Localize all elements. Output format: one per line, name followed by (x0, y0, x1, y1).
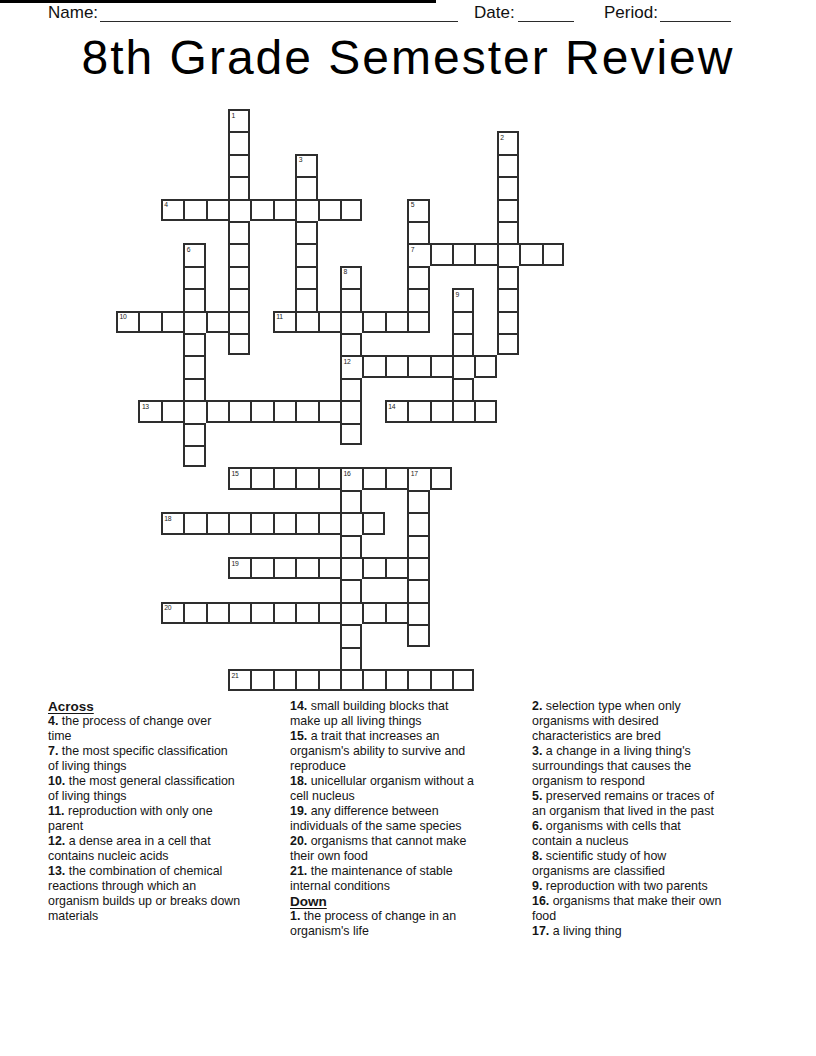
clue-item: 11. reproduction with only one parent (48, 804, 286, 834)
grid-cell-r20c9[interactable] (318, 557, 340, 579)
clue-item: 9. reproduction with two parents (532, 879, 784, 894)
grid-cell-r9c10[interactable] (340, 311, 362, 333)
grid-cell-r5c17[interactable] (497, 221, 519, 243)
grid-cell-r23c13[interactable] (407, 624, 429, 646)
clue-column-3: 2. selection type when only organisms wi… (532, 699, 784, 939)
grid-cell-r8c3[interactable] (183, 288, 205, 310)
grid-cell-r25c8[interactable] (295, 669, 317, 691)
grid-cell-r14c10[interactable] (340, 423, 362, 445)
grid-cell-r8c13[interactable] (407, 288, 429, 310)
clue-number: 18. (290, 774, 307, 788)
clue-number: 2. (532, 699, 542, 713)
grid-cell-r18c11[interactable] (362, 512, 384, 534)
grid-cell-r11c15[interactable] (452, 355, 474, 377)
clue-number: 21. (290, 864, 307, 878)
down-header: Down (290, 894, 530, 909)
grid-cell-r9c13[interactable] (407, 311, 429, 333)
clue-column-2: 14. small building blocks that make up a… (290, 699, 530, 939)
grid-cell-r7c8[interactable] (295, 266, 317, 288)
grid-cell-r11c14[interactable] (430, 355, 452, 377)
grid-cell-r22c3[interactable] (183, 602, 205, 624)
grid-cell-r13c14[interactable] (430, 400, 452, 422)
grid-cell-r20c12[interactable] (385, 557, 407, 579)
grid-cell-r9c3[interactable] (183, 311, 205, 333)
grid-cell-r13c8[interactable] (295, 400, 317, 422)
clue-item: 10. the most general classification of l… (48, 774, 286, 804)
grid-cell-r4c3[interactable] (183, 199, 205, 221)
grid-cell-r20c5[interactable]: 19 (228, 557, 250, 579)
clue-item: 4. the process of change over time (48, 714, 286, 744)
clue-number: 10. (48, 774, 65, 788)
grid-cell-r11c12[interactable] (385, 355, 407, 377)
grid-cell-r1c17[interactable]: 2 (497, 131, 519, 153)
cell-number: 4 (164, 201, 167, 208)
clue-number: 12. (48, 834, 65, 848)
grid-cell-r13c13[interactable] (407, 400, 429, 422)
clue-column-1: Across4. the process of change over time… (48, 699, 286, 924)
clue-item: 1. the process of change in an organism'… (290, 909, 530, 939)
clue-number: 14. (290, 699, 307, 713)
grid-cell-r22c6[interactable] (250, 602, 272, 624)
clue-text: the process of change over time (48, 714, 211, 743)
grid-cell-r12c10[interactable] (340, 378, 362, 400)
grid-cell-r16c14[interactable] (430, 467, 452, 489)
clue-text: a trait that increases an organism's abi… (290, 729, 465, 773)
grid-cell-r7c17[interactable] (497, 266, 519, 288)
clue-text: small building blocks that make up all l… (290, 699, 448, 728)
grid-cell-r12c3[interactable] (183, 378, 205, 400)
grid-cell-r4c7[interactable] (273, 199, 295, 221)
grid-cell-r22c10[interactable] (340, 602, 362, 624)
grid-cell-r18c9[interactable] (318, 512, 340, 534)
grid-cell-r22c13[interactable] (407, 602, 429, 624)
grid-cell-r6c17[interactable] (497, 243, 519, 265)
clue-item: 20. organisms that cannot make their own… (290, 834, 530, 864)
across-header: Across (48, 699, 286, 714)
page-title: 8th Grade Semester Review (0, 30, 816, 85)
grid-cell-r12c15[interactable] (452, 378, 474, 400)
grid-cell-r25c14[interactable] (430, 669, 452, 691)
grid-cell-r11c13[interactable] (407, 355, 429, 377)
clue-item: 5. preserved remains or traces of an org… (532, 789, 784, 819)
grid-cell-r11c10[interactable]: 12 (340, 355, 362, 377)
clue-text: selection type when only organisms with … (532, 699, 681, 743)
grid-cell-r22c4[interactable] (206, 602, 228, 624)
grid-cell-r22c12[interactable] (385, 602, 407, 624)
grid-cell-r17c10[interactable] (340, 490, 362, 512)
grid-cell-r9c0[interactable]: 10 (116, 311, 138, 333)
grid-cell-r25c12[interactable] (385, 669, 407, 691)
grid-cell-r16c8[interactable] (295, 467, 317, 489)
grid-cell-r18c7[interactable] (273, 512, 295, 534)
grid-cell-r9c15[interactable] (452, 311, 474, 333)
cell-number: 20 (164, 604, 171, 611)
grid-cell-r4c8[interactable] (295, 199, 317, 221)
clue-text: scientific study of how organisms are cl… (532, 849, 666, 878)
clue-text: a living thing (553, 924, 622, 938)
clue-number: 9. (532, 879, 542, 893)
grid-cell-r24c10[interactable] (340, 647, 362, 669)
clue-item: 6. organisms with cells that contain a n… (532, 819, 784, 849)
grid-cell-r13c1[interactable]: 13 (138, 400, 160, 422)
grid-cell-r22c11[interactable] (362, 602, 384, 624)
clue-text: the combination of chemical reactions th… (48, 864, 240, 923)
cell-number: 16 (344, 470, 351, 477)
grid-cell-r6c8[interactable] (295, 243, 317, 265)
clue-number: 6. (532, 819, 542, 833)
clue-number: 1. (290, 909, 300, 923)
grid-cell-r2c5[interactable] (228, 154, 250, 176)
clue-number: 20. (290, 834, 307, 848)
grid-cell-r11c16[interactable] (474, 355, 496, 377)
grid-cell-r4c4[interactable] (206, 199, 228, 221)
period-label: Period: (604, 3, 658, 23)
grid-cell-r5c13[interactable] (407, 221, 429, 243)
grid-cell-r13c6[interactable] (250, 400, 272, 422)
grid-cell-r10c15[interactable] (452, 333, 474, 355)
grid-cell-r25c6[interactable] (250, 669, 272, 691)
grid-cell-r20c6[interactable] (250, 557, 272, 579)
name-blank-line (100, 4, 458, 22)
grid-cell-r16c6[interactable] (250, 467, 272, 489)
grid-cell-r10c10[interactable] (340, 333, 362, 355)
clue-text: reproduction with two parents (546, 879, 708, 893)
grid-cell-r25c10[interactable] (340, 669, 362, 691)
clue-number: 13. (48, 864, 65, 878)
grid-cell-r20c8[interactable] (295, 557, 317, 579)
grid-cell-r6c15[interactable] (452, 243, 474, 265)
clue-number: 8. (532, 849, 542, 863)
cell-number: 7 (411, 246, 414, 253)
grid-cell-r18c2[interactable]: 18 (161, 512, 183, 534)
clue-number: 16. (532, 894, 549, 908)
grid-cell-r10c3[interactable] (183, 333, 205, 355)
grid-cell-r18c4[interactable] (206, 512, 228, 534)
cell-number: 12 (344, 358, 351, 365)
clue-item: 14. small building blocks that make up a… (290, 699, 530, 729)
clue-item: 21. the maintenance of stable internal c… (290, 864, 530, 894)
clue-item: 16. organisms that make their own food (532, 894, 784, 924)
grid-cell-r6c14[interactable] (430, 243, 452, 265)
grid-cell-r13c16[interactable] (474, 400, 496, 422)
cell-number: 1 (232, 112, 235, 119)
cell-number: 6 (187, 246, 190, 253)
grid-cell-r15c3[interactable] (183, 445, 205, 467)
grid-cell-r6c18[interactable] (519, 243, 541, 265)
grid-cell-r9c2[interactable] (161, 311, 183, 333)
clue-number: 5. (532, 789, 542, 803)
grid-cell-r20c13[interactable] (407, 557, 429, 579)
clue-item: 13. the combination of chemical reaction… (48, 864, 286, 924)
clue-number: 19. (290, 804, 307, 818)
grid-cell-r3c5[interactable] (228, 176, 250, 198)
grid-cell-r8c10[interactable] (340, 288, 362, 310)
clue-text: reproduction with only one parent (48, 804, 213, 833)
grid-cell-r14c3[interactable] (183, 423, 205, 445)
grid-cell-r1c5[interactable] (228, 131, 250, 153)
grid-cell-r4c5[interactable] (228, 199, 250, 221)
grid-cell-r4c13[interactable]: 5 (407, 199, 429, 221)
grid-cell-r7c10[interactable]: 8 (340, 266, 362, 288)
grid-cell-r16c11[interactable] (362, 467, 384, 489)
clue-text: organisms with cells that contain a nucl… (532, 819, 681, 848)
grid-cell-r19c13[interactable] (407, 535, 429, 557)
clue-item: 17. a living thing (532, 924, 784, 939)
grid-cell-r13c9[interactable] (318, 400, 340, 422)
cell-number: 18 (164, 515, 171, 522)
grid-cell-r11c3[interactable] (183, 355, 205, 377)
grid-cell-r19c10[interactable] (340, 535, 362, 557)
cell-number: 14 (388, 403, 395, 410)
grid-cell-r22c7[interactable] (273, 602, 295, 624)
cell-number: 15 (232, 470, 239, 477)
cell-number: 9 (456, 291, 459, 298)
clue-item: 15. a trait that increases an organism's… (290, 729, 530, 774)
cell-number: 2 (500, 134, 503, 141)
grid-cell-r10c17[interactable] (497, 333, 519, 355)
name-label: Name: (48, 3, 98, 23)
grid-cell-r13c4[interactable] (206, 400, 228, 422)
grid-cell-r13c12[interactable]: 14 (385, 400, 407, 422)
clue-number: 11. (48, 804, 65, 818)
clue-text: the process of change in an organism's l… (290, 909, 456, 938)
grid-cell-r16c12[interactable] (385, 467, 407, 489)
grid-cell-r6c19[interactable] (542, 243, 564, 265)
clue-text: the most specific classification of livi… (48, 744, 228, 773)
grid-cell-r16c9[interactable] (318, 467, 340, 489)
grid-cell-r18c13[interactable] (407, 512, 429, 534)
clue-item: 7. the most specific classification of l… (48, 744, 286, 774)
clue-text: preserved remains or traces of an organi… (532, 789, 714, 818)
grid-cell-r13c15[interactable] (452, 400, 474, 422)
grid-cell-r3c8[interactable] (295, 176, 317, 198)
grid-cell-r13c10[interactable] (340, 400, 362, 422)
clue-text: a change in a living thing's surrounding… (532, 744, 691, 788)
grid-cell-r4c10[interactable] (340, 199, 362, 221)
grid-cell-r13c5[interactable] (228, 400, 250, 422)
cell-number: 3 (299, 156, 302, 163)
grid-cell-r9c17[interactable] (497, 311, 519, 333)
grid-cell-r7c13[interactable] (407, 266, 429, 288)
clue-text: a dense area in a cell that contains nuc… (48, 834, 211, 863)
cell-number: 13 (142, 403, 149, 410)
cell-number: 21 (232, 672, 239, 679)
grid-cell-r13c7[interactable] (273, 400, 295, 422)
grid-cell-r4c17[interactable] (497, 199, 519, 221)
grid-cell-r8c8[interactable] (295, 288, 317, 310)
cell-number: 17 (411, 470, 418, 477)
grid-cell-r20c7[interactable] (273, 557, 295, 579)
grid-cell-r22c5[interactable] (228, 602, 250, 624)
grid-cell-r21c10[interactable] (340, 579, 362, 601)
grid-cell-r2c8[interactable]: 3 (295, 154, 317, 176)
clue-text: any difference between individuals of th… (290, 804, 462, 833)
cell-number: 11 (276, 313, 282, 320)
grid-cell-r20c10[interactable] (340, 557, 362, 579)
grid-cell-r13c3[interactable] (183, 400, 205, 422)
grid-cell-r17c13[interactable] (407, 490, 429, 512)
grid-cell-r8c17[interactable] (497, 288, 519, 310)
clue-number: 17. (532, 924, 549, 938)
grid-cell-r5c8[interactable] (295, 221, 317, 243)
grid-cell-r9c4[interactable] (206, 311, 228, 333)
clue-text: organisms that make their own food (532, 894, 721, 923)
grid-cell-r22c8[interactable] (295, 602, 317, 624)
clue-item: 3. a change in a living thing's surround… (532, 744, 784, 789)
grid-cell-r5c5[interactable] (228, 221, 250, 243)
grid-cell-r16c13[interactable]: 17 (407, 467, 429, 489)
clue-item: 8. scientific study of how organisms are… (532, 849, 784, 879)
worksheet-page: Name: Date: Period: 8th Grade Semester R… (0, 0, 816, 1056)
grid-cell-r25c15[interactable] (452, 669, 474, 691)
grid-cell-r16c7[interactable] (273, 467, 295, 489)
grid-cell-r9c9[interactable] (318, 311, 340, 333)
grid-cell-r0c5[interactable]: 1 (228, 109, 250, 131)
clue-text: the maintenance of stable internal condi… (290, 864, 453, 893)
clue-item: 19. any difference between individuals o… (290, 804, 530, 834)
clue-item: 12. a dense area in a cell that contains… (48, 834, 286, 864)
grid-cell-r25c11[interactable] (362, 669, 384, 691)
grid-cell-r6c3[interactable]: 6 (183, 243, 205, 265)
clue-text: organisms that cannot make their own foo… (290, 834, 466, 863)
grid-cell-r18c8[interactable] (295, 512, 317, 534)
grid-cell-r25c7[interactable] (273, 669, 295, 691)
grid-cell-r7c3[interactable] (183, 266, 205, 288)
cell-number: 5 (411, 201, 414, 208)
grid-cell-r2c17[interactable] (497, 154, 519, 176)
date-label: Date: (474, 3, 515, 23)
period-blank-line (660, 4, 731, 22)
grid-cell-r9c12[interactable] (385, 311, 407, 333)
clue-number: 3. (532, 744, 542, 758)
grid-cell-r25c9[interactable] (318, 669, 340, 691)
grid-cell-r7c5[interactable] (228, 266, 250, 288)
grid-cell-r6c13[interactable]: 7 (407, 243, 429, 265)
grid-cell-r16c10[interactable]: 16 (340, 467, 362, 489)
grid-cell-r18c5[interactable] (228, 512, 250, 534)
grid-cell-r22c9[interactable] (318, 602, 340, 624)
clue-number: 15. (290, 729, 307, 743)
clue-item: 2. selection type when only organisms wi… (532, 699, 784, 744)
grid-cell-r4c9[interactable] (318, 199, 340, 221)
clue-number: 7. (48, 744, 58, 758)
grid-cell-r9c7[interactable]: 11 (273, 311, 295, 333)
grid-cell-r25c13[interactable] (407, 669, 429, 691)
cell-number: 10 (120, 313, 127, 320)
grid-cell-r16c5[interactable]: 15 (228, 467, 250, 489)
clue-number: 4. (48, 714, 58, 728)
grid-cell-r10c5[interactable] (228, 333, 250, 355)
grid-cell-r25c5[interactable]: 21 (228, 669, 250, 691)
grid-cell-r18c3[interactable] (183, 512, 205, 534)
grid-cell-r9c8[interactable] (295, 311, 317, 333)
cell-number: 19 (232, 560, 239, 567)
grid-cell-r9c11[interactable] (362, 311, 384, 333)
grid-cell-r8c15[interactable]: 9 (452, 288, 474, 310)
grid-cell-r9c1[interactable] (138, 311, 160, 333)
grid-cell-r22c2[interactable]: 20 (161, 602, 183, 624)
grid-cell-r20c11[interactable] (362, 557, 384, 579)
grid-cell-r21c13[interactable] (407, 579, 429, 601)
grid-cell-r4c6[interactable] (250, 199, 272, 221)
grid-cell-r6c5[interactable] (228, 243, 250, 265)
clue-text: the most general classification of livin… (48, 774, 235, 803)
grid-cell-r8c5[interactable] (228, 288, 250, 310)
clue-text: unicellular organism without a cell nucl… (290, 774, 474, 803)
grid-cell-r23c10[interactable] (340, 624, 362, 646)
crossword-grid: 123456789101112131415161718192021 (116, 109, 568, 695)
grid-cell-r6c16[interactable] (474, 243, 496, 265)
grid-cell-r18c6[interactable] (250, 512, 272, 534)
grid-cell-r3c17[interactable] (497, 176, 519, 198)
grid-cell-r9c5[interactable] (228, 311, 250, 333)
cell-number: 8 (344, 268, 347, 275)
grid-cell-r13c2[interactable] (161, 400, 183, 422)
grid-cell-r18c10[interactable] (340, 512, 362, 534)
date-blank-line (518, 4, 574, 22)
clue-item: 18. unicellular organism without a cell … (290, 774, 530, 804)
grid-cell-r4c2[interactable]: 4 (161, 199, 183, 221)
grid-cell-r11c11[interactable] (362, 355, 384, 377)
